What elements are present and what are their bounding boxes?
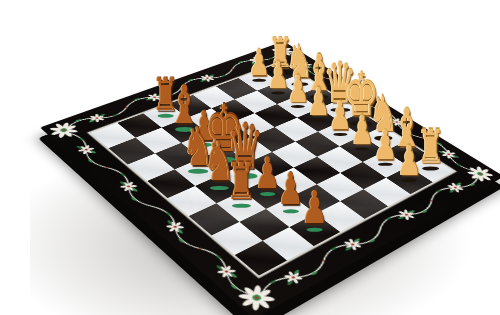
board-square: [91, 123, 136, 148]
chess-set-product-photo: ♜♞♝♛♚♞♝♜♟♟♟♟♟♟♟♟♜♝♟♚♛♟♟♟♞♞♜: [0, 0, 500, 315]
